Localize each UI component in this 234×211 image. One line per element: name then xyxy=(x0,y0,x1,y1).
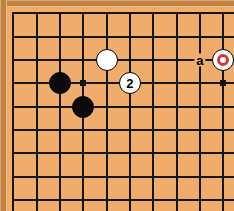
intersection-G18[interactable] xyxy=(142,25,165,48)
intersection-C17[interactable] xyxy=(48,48,71,71)
intersection-E12[interactable] xyxy=(95,165,118,188)
intersection-K14[interactable] xyxy=(212,118,234,141)
intersection-K12[interactable] xyxy=(212,165,234,188)
intersection-F18[interactable] xyxy=(118,25,141,48)
intersection-B17[interactable] xyxy=(25,48,48,71)
intersection-D18[interactable] xyxy=(72,25,95,48)
intersection-G15[interactable] xyxy=(142,95,165,118)
intersection-J16[interactable] xyxy=(188,72,211,95)
intersection-F14[interactable] xyxy=(118,118,141,141)
intersection-F17[interactable] xyxy=(118,48,141,71)
intersection-J18[interactable] xyxy=(188,25,211,48)
intersection-B12[interactable] xyxy=(25,165,48,188)
intersection-G13[interactable] xyxy=(142,142,165,165)
intersection-C16[interactable] xyxy=(48,72,71,95)
intersection-K18[interactable] xyxy=(212,25,234,48)
intersection-B14[interactable] xyxy=(25,118,48,141)
intersection-F15[interactable] xyxy=(118,95,141,118)
hoshi-point xyxy=(220,80,226,86)
intersection-C15[interactable] xyxy=(48,95,71,118)
intersection-J13[interactable] xyxy=(188,142,211,165)
hoshi-point xyxy=(80,80,86,86)
intersection-B16[interactable] xyxy=(25,72,48,95)
intersection-D12[interactable] xyxy=(72,165,95,188)
intersection-E17[interactable] xyxy=(95,48,118,71)
go-board: a2 xyxy=(0,0,234,211)
intersection-F13[interactable] xyxy=(118,142,141,165)
intersection-E15[interactable] xyxy=(95,95,118,118)
white-stone-circled xyxy=(212,49,234,71)
intersection-G17[interactable] xyxy=(142,48,165,71)
intersection-H17[interactable] xyxy=(165,48,188,71)
grid-layer: a2 xyxy=(2,2,234,211)
intersection-C14[interactable] xyxy=(48,118,71,141)
intersection-D13[interactable] xyxy=(72,142,95,165)
intersection-C11[interactable] xyxy=(48,188,71,211)
intersection-K16[interactable] xyxy=(212,72,234,95)
intersection-H11[interactable] xyxy=(165,188,188,211)
intersection-D16[interactable] xyxy=(72,72,95,95)
intersection-C13[interactable] xyxy=(48,142,71,165)
intersection-H18[interactable] xyxy=(165,25,188,48)
intersection-E14[interactable] xyxy=(95,118,118,141)
intersection-D17[interactable] xyxy=(72,48,95,71)
intersection-G16[interactable] xyxy=(142,72,165,95)
intersection-J11[interactable] xyxy=(188,188,211,211)
intersection-B18[interactable] xyxy=(25,25,48,48)
board-frame-left xyxy=(0,0,7,211)
intersection-K13[interactable] xyxy=(212,142,234,165)
circle-mark-icon xyxy=(217,54,229,66)
intersection-J17[interactable]: a xyxy=(188,48,211,71)
intersection-E18[interactable] xyxy=(95,25,118,48)
intersection-B13[interactable] xyxy=(25,142,48,165)
intersection-K17[interactable] xyxy=(212,48,234,71)
intersection-E11[interactable] xyxy=(95,188,118,211)
intersection-J15[interactable] xyxy=(188,95,211,118)
intersection-G12[interactable] xyxy=(142,165,165,188)
intersection-G11[interactable] xyxy=(142,188,165,211)
intersection-C12[interactable] xyxy=(48,165,71,188)
intersection-J14[interactable] xyxy=(188,118,211,141)
intersection-H12[interactable] xyxy=(165,165,188,188)
intersection-K11[interactable] xyxy=(212,188,234,211)
intersection-F16[interactable]: 2 xyxy=(118,72,141,95)
black-stone xyxy=(49,72,71,94)
black-stone xyxy=(72,96,94,118)
white-stone-numbered: 2 xyxy=(119,72,141,94)
intersection-E16[interactable] xyxy=(95,72,118,95)
intersection-H13[interactable] xyxy=(165,142,188,165)
intersection-J12[interactable] xyxy=(188,165,211,188)
intersection-E13[interactable] xyxy=(95,142,118,165)
intersection-D15[interactable] xyxy=(72,95,95,118)
board-frame-top xyxy=(0,0,234,7)
intersection-B15[interactable] xyxy=(25,95,48,118)
intersection-C18[interactable] xyxy=(48,25,71,48)
intersection-F12[interactable] xyxy=(118,165,141,188)
intersection-D14[interactable] xyxy=(72,118,95,141)
intersection-D11[interactable] xyxy=(72,188,95,211)
intersection-G14[interactable] xyxy=(142,118,165,141)
point-label-a: a xyxy=(194,53,205,66)
intersection-H14[interactable] xyxy=(165,118,188,141)
white-stone xyxy=(96,49,118,71)
intersection-H16[interactable] xyxy=(165,72,188,95)
intersection-H15[interactable] xyxy=(165,95,188,118)
intersection-K15[interactable] xyxy=(212,95,234,118)
intersection-B11[interactable] xyxy=(25,188,48,211)
intersection-F11[interactable] xyxy=(118,188,141,211)
